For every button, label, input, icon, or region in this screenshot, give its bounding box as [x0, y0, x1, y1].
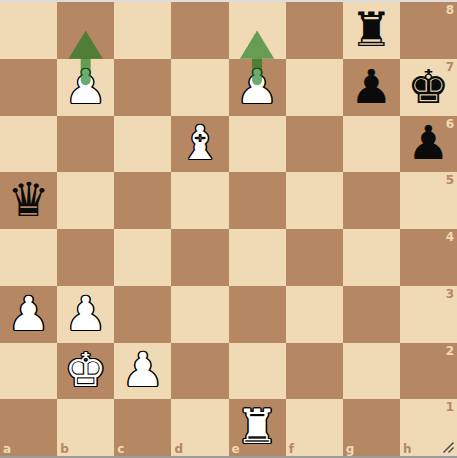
square-g3[interactable] — [343, 286, 400, 343]
piece-black-pawn[interactable]: ♟ — [350, 63, 392, 112]
chess-board: ♜8♟♟♟7♚♝6♟♛54♟♟3♚♟2abcde♜fg1h — [0, 2, 457, 456]
square-b7[interactable]: ♟ — [57, 59, 114, 116]
square-g2[interactable] — [343, 343, 400, 400]
square-g8[interactable]: ♜ — [343, 2, 400, 59]
square-f3[interactable] — [286, 286, 343, 343]
square-e1[interactable]: e♜ — [229, 399, 286, 456]
square-e3[interactable] — [229, 286, 286, 343]
square-g1[interactable]: g — [343, 399, 400, 456]
piece-white-bishop[interactable]: ♝ — [179, 119, 221, 168]
piece-black-king[interactable]: ♚ — [407, 63, 449, 112]
square-b8[interactable] — [57, 2, 114, 59]
square-c1[interactable]: c — [114, 399, 171, 456]
file-label-b: b — [60, 442, 69, 456]
square-a6[interactable] — [0, 116, 57, 173]
square-h3[interactable]: 3 — [400, 286, 457, 343]
file-label-d: d — [174, 442, 183, 456]
square-c3[interactable] — [114, 286, 171, 343]
piece-white-king[interactable]: ♚ — [65, 346, 107, 395]
rank-label-4: 4 — [446, 230, 454, 244]
piece-white-rook[interactable]: ♜ — [236, 403, 278, 452]
piece-black-rook[interactable]: ♜ — [350, 6, 392, 55]
file-label-c: c — [117, 442, 124, 456]
square-d6[interactable]: ♝ — [171, 116, 228, 173]
square-c5[interactable] — [114, 172, 171, 229]
chess-app-page: ♜8♟♟♟7♚♝6♟♛54♟♟3♚♟2abcde♜fg1h — [0, 0, 457, 458]
square-b3[interactable]: ♟ — [57, 286, 114, 343]
square-d1[interactable]: d — [171, 399, 228, 456]
square-g7[interactable]: ♟ — [343, 59, 400, 116]
square-b5[interactable] — [57, 172, 114, 229]
square-f7[interactable] — [286, 59, 343, 116]
square-g5[interactable] — [343, 172, 400, 229]
file-label-a: a — [3, 442, 11, 456]
square-g4[interactable] — [343, 229, 400, 286]
square-b1[interactable]: b — [57, 399, 114, 456]
square-f5[interactable] — [286, 172, 343, 229]
piece-white-pawn[interactable]: ♟ — [65, 63, 107, 112]
rank-label-1: 1 — [446, 400, 454, 414]
piece-black-pawn[interactable]: ♟ — [407, 119, 449, 168]
square-f6[interactable] — [286, 116, 343, 173]
square-h8[interactable]: 8 — [400, 2, 457, 59]
square-c2[interactable]: ♟ — [114, 343, 171, 400]
piece-white-pawn[interactable]: ♟ — [65, 290, 107, 339]
rank-label-5: 5 — [446, 173, 454, 187]
square-f8[interactable] — [286, 2, 343, 59]
square-e7[interactable]: ♟ — [229, 59, 286, 116]
square-h7[interactable]: 7♚ — [400, 59, 457, 116]
square-a4[interactable] — [0, 229, 57, 286]
square-h4[interactable]: 4 — [400, 229, 457, 286]
square-h2[interactable]: 2 — [400, 343, 457, 400]
file-label-h: h — [403, 442, 412, 456]
rank-label-2: 2 — [446, 344, 454, 358]
square-a5[interactable]: ♛ — [0, 172, 57, 229]
square-e8[interactable] — [229, 2, 286, 59]
square-h5[interactable]: 5 — [400, 172, 457, 229]
square-h6[interactable]: 6♟ — [400, 116, 457, 173]
square-g6[interactable] — [343, 116, 400, 173]
square-f2[interactable] — [286, 343, 343, 400]
square-a1[interactable]: a — [0, 399, 57, 456]
piece-black-queen[interactable]: ♛ — [7, 176, 49, 225]
square-a2[interactable] — [0, 343, 57, 400]
square-d5[interactable] — [171, 172, 228, 229]
piece-white-pawn[interactable]: ♟ — [122, 346, 164, 395]
square-e5[interactable] — [229, 172, 286, 229]
piece-white-pawn[interactable]: ♟ — [236, 63, 278, 112]
square-c7[interactable] — [114, 59, 171, 116]
square-b4[interactable] — [57, 229, 114, 286]
square-b2[interactable]: ♚ — [57, 343, 114, 400]
file-label-f: f — [289, 442, 294, 456]
board-resize-handle-icon[interactable] — [442, 441, 455, 454]
square-a7[interactable] — [0, 59, 57, 116]
square-b6[interactable] — [57, 116, 114, 173]
rank-label-8: 8 — [446, 3, 454, 17]
square-e2[interactable] — [229, 343, 286, 400]
square-a3[interactable]: ♟ — [0, 286, 57, 343]
square-d4[interactable] — [171, 229, 228, 286]
file-label-g: g — [346, 442, 355, 456]
square-e6[interactable] — [229, 116, 286, 173]
square-e4[interactable] — [229, 229, 286, 286]
square-c6[interactable] — [114, 116, 171, 173]
piece-white-pawn[interactable]: ♟ — [7, 290, 49, 339]
rank-label-3: 3 — [446, 287, 454, 301]
square-d2[interactable] — [171, 343, 228, 400]
square-f1[interactable]: f — [286, 399, 343, 456]
square-d8[interactable] — [171, 2, 228, 59]
square-c4[interactable] — [114, 229, 171, 286]
square-c8[interactable] — [114, 2, 171, 59]
square-d7[interactable] — [171, 59, 228, 116]
square-a8[interactable] — [0, 2, 57, 59]
square-f4[interactable] — [286, 229, 343, 286]
square-d3[interactable] — [171, 286, 228, 343]
